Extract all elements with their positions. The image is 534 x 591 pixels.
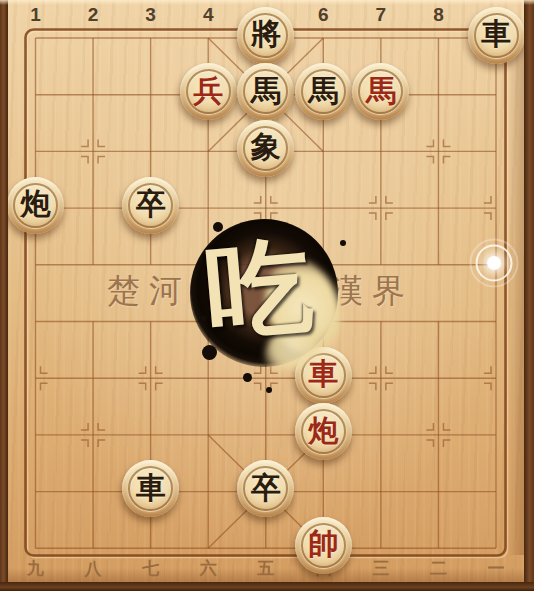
- file-label-top: 7: [376, 4, 387, 26]
- board-edge-bottom: [0, 582, 534, 591]
- file-label-bottom: 七: [142, 557, 159, 580]
- file-label-top: 3: [145, 4, 156, 26]
- board-edge-left: [0, 0, 8, 591]
- piece-glyph: 車: [481, 19, 511, 49]
- file-label-top: 8: [433, 4, 444, 26]
- piece-glyph: 象: [251, 132, 281, 162]
- piece-glyph: 車: [308, 359, 338, 389]
- file-label-bottom: 六: [200, 557, 217, 580]
- piece-red-general[interactable]: 帥: [295, 517, 352, 574]
- file-label-bottom: 一: [488, 557, 505, 580]
- piece-red-cannon[interactable]: 炮: [295, 403, 352, 460]
- piece-black-soldier[interactable]: 卒: [237, 460, 294, 517]
- piece-glyph: 卒: [251, 473, 281, 503]
- xiangqi-board: 123456789 九八七六五四三二一 楚河 漢界 將車兵馬馬馬象炮卒車炮車卒帥…: [0, 0, 534, 591]
- piece-glyph: 車: [136, 473, 166, 503]
- river-text-left: 楚河: [107, 269, 191, 314]
- piece-glyph: 帥: [308, 529, 338, 559]
- file-label-bottom: 九: [27, 557, 44, 580]
- piece-red-soldier[interactable]: 兵: [180, 63, 237, 120]
- piece-glyph: 兵: [193, 76, 223, 106]
- piece-glyph: 馬: [308, 76, 338, 106]
- piece-black-chariot[interactable]: 車: [122, 460, 179, 517]
- file-label-bottom: 二: [430, 557, 447, 580]
- file-label-top: 2: [88, 4, 99, 26]
- piece-glyph: 馬: [366, 76, 396, 106]
- piece-glyph: 炮: [308, 416, 338, 446]
- river-text-right: 漢界: [330, 269, 414, 314]
- piece-black-elephant[interactable]: 象: [237, 120, 294, 177]
- piece-glyph: 卒: [136, 189, 166, 219]
- piece-black-general[interactable]: 將: [237, 7, 294, 64]
- piece-black-horse[interactable]: 馬: [295, 63, 352, 120]
- file-label-top: 1: [30, 4, 41, 26]
- piece-glyph: 炮: [21, 189, 51, 219]
- piece-black-chariot[interactable]: 車: [468, 7, 525, 64]
- piece-glyph: 將: [251, 19, 281, 49]
- file-label-bottom: 三: [372, 557, 389, 580]
- board-edge-right: [524, 0, 534, 591]
- file-label-top: 4: [203, 4, 214, 26]
- file-label-bottom: 五: [257, 557, 274, 580]
- file-label-top: 6: [318, 4, 329, 26]
- file-label-bottom: 八: [85, 557, 102, 580]
- piece-black-soldier[interactable]: 卒: [122, 177, 179, 234]
- piece-glyph: 馬: [251, 76, 281, 106]
- piece-black-cannon[interactable]: 炮: [7, 177, 64, 234]
- piece-red-chariot[interactable]: 車: [295, 347, 352, 404]
